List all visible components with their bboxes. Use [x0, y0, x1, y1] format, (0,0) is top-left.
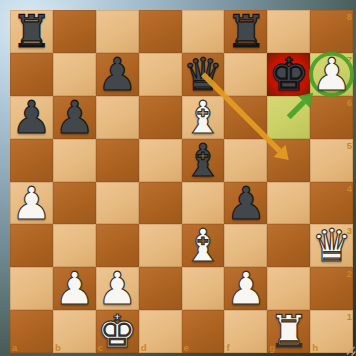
- app-background: ♜♜♟♛♚♟♟♟♝♝♟♟♝♛♟♟♟♚♜ 87654321abcdefgh: [0, 0, 356, 356]
- resize-handle[interactable]: [0, 0, 356, 356]
